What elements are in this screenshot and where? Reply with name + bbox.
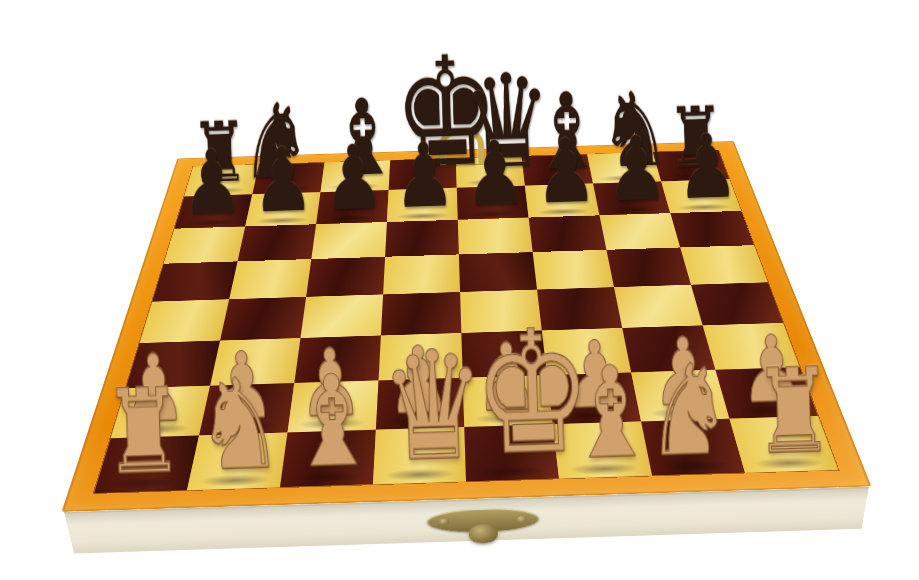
piece-black-pawn[interactable]: ♟ <box>675 122 733 212</box>
square-g7[interactable]: ♟ <box>593 181 670 215</box>
square-d1[interactable]: ♛ <box>373 427 466 484</box>
square-c7[interactable]: ♟ <box>316 190 389 224</box>
square-f6[interactable] <box>528 215 606 252</box>
square-a7[interactable]: ♟ <box>174 194 252 228</box>
square-a1[interactable]: ♜ <box>93 435 198 493</box>
piece-white-rook[interactable]: ♜ <box>751 353 827 471</box>
square-g6[interactable] <box>599 213 680 250</box>
square-f7[interactable]: ♟ <box>524 184 599 218</box>
square-a6[interactable] <box>163 227 244 264</box>
piece-black-pawn[interactable]: ♟ <box>533 126 591 216</box>
scene-tilt: ♜♞♝♚♛♝♞♜♟♟♟♟♟♟♟♟♟♟♟♟♟♟♟♟♜♞♝♛♚♝♞♜ <box>0 0 919 580</box>
piece-white-knight[interactable]: ♞ <box>657 346 733 474</box>
piece-white-rook[interactable]: ♜ <box>101 373 177 491</box>
piece-black-pawn[interactable]: ♟ <box>179 138 237 228</box>
piece-black-pawn[interactable]: ♟ <box>250 135 308 225</box>
square-c1[interactable]: ♝ <box>280 430 376 487</box>
square-e1[interactable]: ♚ <box>464 424 559 481</box>
clasp-screw-left <box>439 518 449 525</box>
square-h7[interactable]: ♟ <box>661 179 741 213</box>
chess-box: ♜♞♝♚♛♝♞♜♟♟♟♟♟♟♟♟♟♟♟♟♟♟♟♟♜♞♝♛♚♝♞♜ <box>61 141 871 512</box>
clasp-knob[interactable] <box>468 524 497 544</box>
square-d5[interactable] <box>383 254 460 294</box>
piece-black-pawn[interactable]: ♟ <box>462 129 520 219</box>
square-e6[interactable] <box>457 218 532 255</box>
square-g1[interactable]: ♞ <box>641 419 745 476</box>
board: ♜♞♝♚♛♝♞♜♟♟♟♟♟♟♟♟♟♟♟♟♟♟♟♟♜♞♝♛♚♝♞♜ <box>93 150 837 493</box>
piece-white-queen[interactable]: ♛ <box>378 331 455 483</box>
piece-white-bishop[interactable]: ♝ <box>565 349 641 477</box>
piece-white-knight[interactable]: ♞ <box>193 361 269 489</box>
piece-black-pawn[interactable]: ♟ <box>392 131 450 221</box>
square-a5[interactable] <box>152 261 237 301</box>
square-h6[interactable] <box>670 211 754 248</box>
square-b7[interactable]: ♟ <box>245 192 320 226</box>
piece-black-pawn[interactable]: ♟ <box>604 124 662 214</box>
clasp-icon[interactable] <box>426 507 538 552</box>
square-c6[interactable] <box>311 222 387 259</box>
piece-white-bishop[interactable]: ♝ <box>286 358 362 486</box>
photo-canvas: ♜♞♝♚♛♝♞♜♟♟♟♟♟♟♟♟♟♟♟♟♟♟♟♟♜♞♝♛♚♝♞♜ <box>0 0 919 580</box>
piece-white-king[interactable]: ♚ <box>470 308 548 479</box>
piece-black-pawn[interactable]: ♟ <box>321 133 379 223</box>
square-d7[interactable]: ♟ <box>386 188 457 222</box>
square-h1[interactable]: ♜ <box>729 416 838 473</box>
square-b1[interactable]: ♞ <box>186 433 287 491</box>
clasp-screw-right <box>517 516 527 523</box>
square-e7[interactable]: ♟ <box>456 186 528 220</box>
square-b6[interactable] <box>237 224 316 261</box>
square-d6[interactable] <box>385 220 459 257</box>
